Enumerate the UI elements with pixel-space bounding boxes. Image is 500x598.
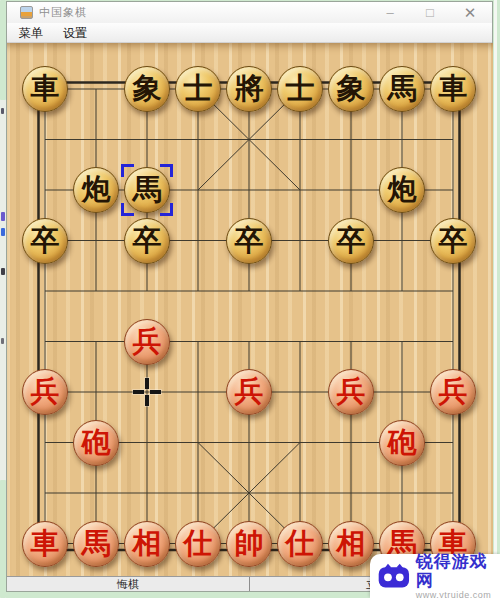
- selection-corner: [121, 203, 134, 216]
- board-grid: [7, 43, 493, 576]
- selection-corner: [160, 203, 173, 216]
- selection-corner: [121, 164, 134, 177]
- piece-black-象[interactable]: 象: [328, 66, 374, 112]
- piece-red-仕[interactable]: 仕: [277, 521, 323, 567]
- piece-red-車[interactable]: 車: [22, 521, 68, 567]
- background-artifact: [1, 212, 5, 221]
- gamepad-icon: [377, 562, 411, 590]
- selected-piece-highlight: [121, 164, 173, 216]
- background-artifact: [1, 228, 5, 236]
- title-bar[interactable]: 中国象棋 – □ ✕: [7, 2, 492, 23]
- piece-black-車[interactable]: 車: [22, 66, 68, 112]
- piece-red-馬[interactable]: 馬: [73, 521, 119, 567]
- piece-red-兵[interactable]: 兵: [226, 369, 272, 415]
- piece-black-將[interactable]: 將: [226, 66, 272, 112]
- piece-red-相[interactable]: 相: [124, 521, 170, 567]
- selection-corner: [160, 164, 173, 177]
- piece-red-帥[interactable]: 帥: [226, 521, 272, 567]
- minimize-button[interactable]: –: [370, 3, 410, 23]
- piece-black-士[interactable]: 士: [277, 66, 323, 112]
- piece-red-仕[interactable]: 仕: [175, 521, 221, 567]
- piece-red-砲[interactable]: 砲: [73, 420, 119, 466]
- watermark-site-name: 锐得游戏网: [416, 552, 500, 590]
- piece-black-士[interactable]: 士: [175, 66, 221, 112]
- background-white-line: [494, 0, 497, 598]
- piece-red-兵[interactable]: 兵: [328, 369, 374, 415]
- app-icon: [20, 6, 33, 19]
- background-right-sliver: [493, 0, 500, 598]
- watermark-texts: 锐得游戏网 www.ytruide.com: [416, 552, 500, 598]
- maximize-button[interactable]: □: [410, 3, 450, 23]
- piece-black-象[interactable]: 象: [124, 66, 170, 112]
- piece-black-卒[interactable]: 卒: [124, 218, 170, 264]
- background-artifact: [1, 268, 5, 275]
- undo-move-button[interactable]: 悔棋: [7, 577, 250, 591]
- piece-black-炮[interactable]: 炮: [73, 167, 119, 213]
- watermark-url: www.ytruide.com: [416, 590, 500, 598]
- window-title: 中国象棋: [39, 5, 87, 20]
- piece-red-兵[interactable]: 兵: [22, 369, 68, 415]
- piece-red-兵[interactable]: 兵: [430, 369, 476, 415]
- piece-red-相[interactable]: 相: [328, 521, 374, 567]
- piece-black-車[interactable]: 車: [430, 66, 476, 112]
- menu-item-shezhi[interactable]: 设置: [53, 23, 97, 43]
- window-controls: – □ ✕: [370, 3, 492, 23]
- piece-black-馬[interactable]: 馬: [379, 66, 425, 112]
- background-artifact: [1, 338, 4, 344]
- piece-red-兵[interactable]: 兵: [124, 319, 170, 365]
- piece-black-卒[interactable]: 卒: [22, 218, 68, 264]
- crosshair-cursor-icon: [133, 378, 161, 406]
- piece-red-砲[interactable]: 砲: [379, 420, 425, 466]
- menu-item-caidan[interactable]: 菜单: [9, 23, 53, 43]
- piece-black-炮[interactable]: 炮: [379, 167, 425, 213]
- piece-black-卒[interactable]: 卒: [328, 218, 374, 264]
- close-button[interactable]: ✕: [450, 3, 490, 23]
- piece-black-卒[interactable]: 卒: [430, 218, 476, 264]
- background-artifact: [1, 108, 4, 114]
- xiangqi-board[interactable]: 車象士將士象馬車炮馬炮卒卒卒卒卒兵兵兵兵兵砲砲車馬相仕帥仕相馬車: [7, 43, 493, 576]
- piece-black-卒[interactable]: 卒: [226, 218, 272, 264]
- menu-bar: 菜单 设置: [7, 23, 492, 43]
- watermark: 锐得游戏网 www.ytruide.com: [370, 554, 500, 598]
